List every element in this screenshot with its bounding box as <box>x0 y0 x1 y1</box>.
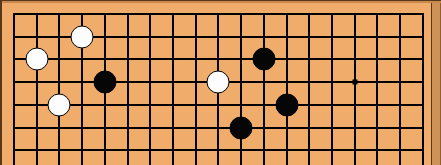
intersection-O14 <box>298 116 321 139</box>
intersection-O19 <box>298 3 321 26</box>
intersection-K19 <box>207 3 230 26</box>
intersection-L13 <box>230 139 253 162</box>
intersection-G13 <box>139 139 162 162</box>
white-stone-B17 <box>25 48 48 71</box>
intersection-G12 <box>139 162 162 165</box>
intersection-N19 <box>275 3 298 26</box>
intersection-J15 <box>184 93 207 116</box>
intersection-D13 <box>71 139 94 162</box>
intersection-E18 <box>93 25 116 48</box>
intersection-P19 <box>321 3 344 26</box>
intersection-R14 <box>366 116 389 139</box>
intersection-N14 <box>275 116 298 139</box>
intersection-O17 <box>298 48 321 71</box>
intersection-F14 <box>116 116 139 139</box>
intersection-F18 <box>116 25 139 48</box>
intersection-P13 <box>321 139 344 162</box>
intersection-M13 <box>253 139 276 162</box>
intersection-Q13 <box>343 139 366 162</box>
intersection-H14 <box>162 116 185 139</box>
white-stone-K16 <box>207 71 230 94</box>
intersection-D19 <box>71 3 94 26</box>
intersection-L19 <box>230 3 253 26</box>
intersection-G19 <box>139 3 162 26</box>
intersection-A15 <box>3 93 26 116</box>
intersection-N12 <box>275 162 298 165</box>
intersection-J16 <box>184 71 207 94</box>
intersection-G18 <box>139 25 162 48</box>
intersection-D15 <box>71 93 94 116</box>
intersection-R19 <box>366 3 389 26</box>
black-stone-E16 <box>93 71 116 94</box>
intersection-K17 <box>207 48 230 71</box>
intersection-N13 <box>275 139 298 162</box>
intersection-K14 <box>207 116 230 139</box>
intersection-P16 <box>321 71 344 94</box>
intersection-F17 <box>116 48 139 71</box>
intersection-B12 <box>25 162 48 165</box>
intersection-Q18 <box>343 25 366 48</box>
intersection-C16 <box>48 71 71 94</box>
intersection-D18 <box>71 25 94 48</box>
intersection-D12 <box>71 162 94 165</box>
intersection-B14 <box>25 116 48 139</box>
intersection-G17 <box>139 48 162 71</box>
intersection-A18 <box>3 25 26 48</box>
board-frame-top-shade <box>0 1 441 3</box>
intersection-J13 <box>184 139 207 162</box>
intersection-R13 <box>366 139 389 162</box>
intersection-E16 <box>93 71 116 94</box>
intersection-H18 <box>162 25 185 48</box>
intersection-D16 <box>71 71 94 94</box>
intersection-C15 <box>48 93 71 116</box>
intersection-N15 <box>275 93 298 116</box>
star-point-Q16 <box>352 80 357 85</box>
intersection-J12 <box>184 162 207 165</box>
intersection-A16 <box>3 71 26 94</box>
intersection-M16 <box>253 71 276 94</box>
intersection-L18 <box>230 25 253 48</box>
intersection-S13 <box>389 139 412 162</box>
intersection-S12 <box>389 162 412 165</box>
intersection-P18 <box>321 25 344 48</box>
intersection-N16 <box>275 71 298 94</box>
intersection-S16 <box>389 71 412 94</box>
black-stone-N15 <box>275 93 298 116</box>
intersection-R15 <box>366 93 389 116</box>
intersection-C12 <box>48 162 71 165</box>
intersection-N18 <box>275 25 298 48</box>
intersection-E12 <box>93 162 116 165</box>
go-diagram <box>0 0 441 165</box>
intersection-M19 <box>253 3 276 26</box>
intersection-R17 <box>366 48 389 71</box>
intersection-F12 <box>116 162 139 165</box>
intersection-D17 <box>71 48 94 71</box>
intersection-L16 <box>230 71 253 94</box>
intersection-F19 <box>116 3 139 26</box>
board-frame-top-edge <box>0 0 441 1</box>
intersection-A19 <box>3 3 26 26</box>
intersection-J17 <box>184 48 207 71</box>
white-stone-C15 <box>48 93 71 116</box>
intersection-O18 <box>298 25 321 48</box>
intersection-S18 <box>389 25 412 48</box>
intersection-K15 <box>207 93 230 116</box>
intersection-B13 <box>25 139 48 162</box>
go-board <box>3 3 435 165</box>
intersection-B19 <box>25 3 48 26</box>
intersection-H17 <box>162 48 185 71</box>
intersection-M15 <box>253 93 276 116</box>
white-stone-D18 <box>71 25 94 48</box>
intersection-A13 <box>3 139 26 162</box>
board-frame-left-edge <box>0 0 2 165</box>
intersection-P15 <box>321 93 344 116</box>
intersection-O13 <box>298 139 321 162</box>
intersection-G16 <box>139 71 162 94</box>
intersection-L17 <box>230 48 253 71</box>
intersection-M18 <box>253 25 276 48</box>
intersection-J14 <box>184 116 207 139</box>
intersection-F15 <box>116 93 139 116</box>
intersection-H12 <box>162 162 185 165</box>
intersection-A14 <box>3 116 26 139</box>
intersection-G14 <box>139 116 162 139</box>
intersection-Q15 <box>343 93 366 116</box>
intersection-P12 <box>321 162 344 165</box>
intersection-L15 <box>230 93 253 116</box>
intersection-N17 <box>275 48 298 71</box>
intersection-Q16 <box>343 71 366 94</box>
intersection-B18 <box>25 25 48 48</box>
intersection-K13 <box>207 139 230 162</box>
intersection-H15 <box>162 93 185 116</box>
intersection-A17 <box>3 48 26 71</box>
intersection-E17 <box>93 48 116 71</box>
intersection-M14 <box>253 116 276 139</box>
intersection-C17 <box>48 48 71 71</box>
black-stone-L14 <box>230 116 253 139</box>
intersection-B15 <box>25 93 48 116</box>
intersection-S17 <box>389 48 412 71</box>
intersection-B17 <box>25 48 48 71</box>
intersection-P14 <box>321 116 344 139</box>
intersection-C18 <box>48 25 71 48</box>
intersection-C14 <box>48 116 71 139</box>
intersection-K18 <box>207 25 230 48</box>
intersection-F13 <box>116 139 139 162</box>
intersection-L14 <box>230 116 253 139</box>
intersection-C13 <box>48 139 71 162</box>
intersection-E19 <box>93 3 116 26</box>
intersection-F16 <box>116 71 139 94</box>
intersection-K16 <box>207 71 230 94</box>
intersection-O15 <box>298 93 321 116</box>
intersection-G15 <box>139 93 162 116</box>
intersection-J18 <box>184 25 207 48</box>
intersection-Q14 <box>343 116 366 139</box>
intersection-S19 <box>389 3 412 26</box>
intersection-H19 <box>162 3 185 26</box>
intersection-E14 <box>93 116 116 139</box>
intersection-M12 <box>253 162 276 165</box>
intersection-P17 <box>321 48 344 71</box>
intersection-L12 <box>230 162 253 165</box>
intersection-R18 <box>366 25 389 48</box>
intersection-A12 <box>3 162 26 165</box>
intersection-O12 <box>298 162 321 165</box>
intersection-S15 <box>389 93 412 116</box>
intersection-Q19 <box>343 3 366 26</box>
intersection-B16 <box>25 71 48 94</box>
intersection-Q17 <box>343 48 366 71</box>
intersection-Q12 <box>343 162 366 165</box>
intersection-E13 <box>93 139 116 162</box>
intersection-J19 <box>184 3 207 26</box>
intersection-C19 <box>48 3 71 26</box>
intersection-D14 <box>71 116 94 139</box>
intersection-O16 <box>298 71 321 94</box>
intersection-H13 <box>162 139 185 162</box>
intersection-K12 <box>207 162 230 165</box>
intersection-S14 <box>389 116 412 139</box>
intersection-E15 <box>93 93 116 116</box>
intersection-R16 <box>366 71 389 94</box>
board-frame-right-side <box>431 0 441 165</box>
black-stone-M17 <box>252 48 275 71</box>
intersection-M17 <box>253 48 276 71</box>
intersection-R12 <box>366 162 389 165</box>
intersection-H16 <box>162 71 185 94</box>
